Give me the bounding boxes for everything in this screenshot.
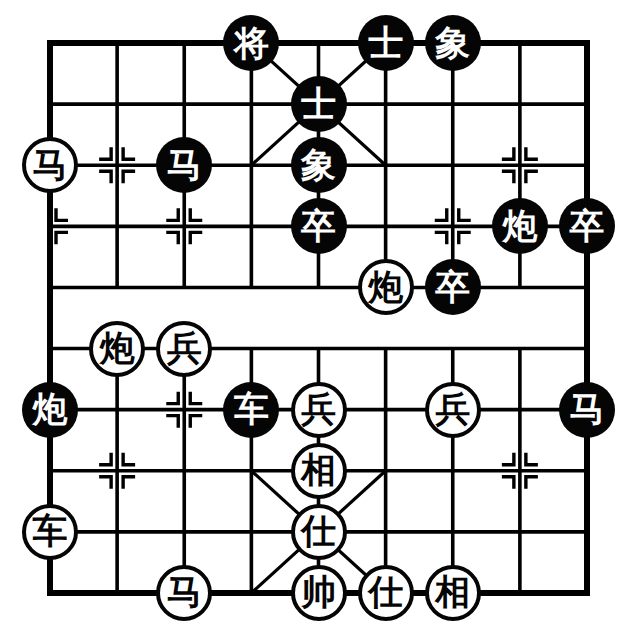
black-soldier[interactable]: 卒 [291, 198, 347, 254]
red-soldier[interactable]: 兵 [156, 321, 212, 377]
red-elephant[interactable]: 相 [291, 443, 347, 499]
red-horse[interactable]: 马 [22, 137, 78, 193]
xiangqi-diagram: 将士象士马马象卒炮卒炮卒炮兵炮车兵兵马相车仕马帅仕相 [0, 0, 640, 640]
red-horse[interactable]: 马 [156, 565, 212, 621]
black-horse[interactable]: 马 [559, 382, 615, 438]
black-soldier[interactable]: 卒 [425, 259, 481, 315]
red-cannon[interactable]: 炮 [358, 259, 414, 315]
red-general[interactable]: 帅 [291, 565, 347, 621]
black-elephant[interactable]: 象 [425, 15, 481, 71]
pieces-layer: 将士象士马马象卒炮卒炮卒炮兵炮车兵兵马相车仕马帅仕相 [0, 0, 640, 640]
black-cannon[interactable]: 炮 [22, 382, 78, 438]
red-elephant[interactable]: 相 [425, 565, 481, 621]
red-chariot[interactable]: 车 [22, 504, 78, 560]
black-chariot[interactable]: 车 [223, 382, 279, 438]
black-horse[interactable]: 马 [156, 137, 212, 193]
black-soldier[interactable]: 卒 [559, 198, 615, 254]
black-elephant[interactable]: 象 [291, 137, 347, 193]
black-advisor[interactable]: 士 [358, 15, 414, 71]
red-advisor[interactable]: 仕 [291, 504, 347, 560]
red-cannon[interactable]: 炮 [89, 321, 145, 377]
red-soldier[interactable]: 兵 [425, 382, 481, 438]
red-advisor[interactable]: 仕 [358, 565, 414, 621]
black-advisor[interactable]: 士 [291, 76, 347, 132]
black-cannon[interactable]: 炮 [492, 198, 548, 254]
red-soldier[interactable]: 兵 [291, 382, 347, 438]
black-general[interactable]: 将 [223, 15, 279, 71]
